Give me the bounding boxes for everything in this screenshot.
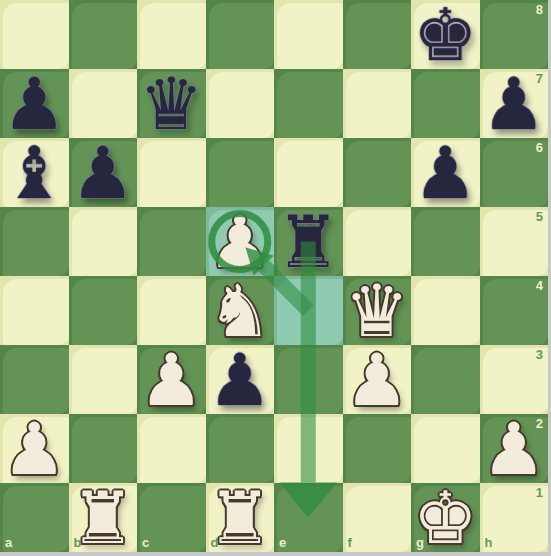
square-g6[interactable]: ♟ — [411, 138, 480, 207]
black-rook[interactable]: ♜ — [274, 207, 343, 276]
square-d6[interactable] — [206, 138, 275, 207]
square-c2[interactable] — [137, 414, 206, 483]
white-pawn[interactable]: ♟ — [206, 207, 275, 276]
square-b8[interactable] — [69, 0, 138, 69]
square-b5[interactable] — [69, 207, 138, 276]
square-c7[interactable]: ♛ — [137, 69, 206, 138]
file-label-a: a — [5, 535, 12, 550]
square-f1[interactable]: f — [343, 483, 412, 552]
file-label-c: c — [142, 535, 149, 550]
board-bottom-edge — [0, 552, 551, 556]
white-pawn[interactable]: ♟ — [137, 345, 206, 414]
square-a6[interactable]: ♝ — [0, 138, 69, 207]
file-label-e: e — [279, 535, 286, 550]
square-c5[interactable] — [137, 207, 206, 276]
square-h1[interactable]: h1 — [480, 483, 549, 552]
square-h8[interactable]: 8 — [480, 0, 549, 69]
square-g1[interactable]: ♚g — [411, 483, 480, 552]
square-c1[interactable]: c — [137, 483, 206, 552]
black-pawn[interactable]: ♟ — [69, 138, 138, 207]
square-h5[interactable]: 5 — [480, 207, 549, 276]
square-a5[interactable] — [0, 207, 69, 276]
square-a4[interactable] — [0, 276, 69, 345]
square-d4[interactable]: ♞ — [206, 276, 275, 345]
rank-label-8: 8 — [536, 2, 543, 17]
square-c6[interactable] — [137, 138, 206, 207]
black-king[interactable]: ♚ — [411, 0, 480, 69]
square-b7[interactable] — [69, 69, 138, 138]
square-f5[interactable] — [343, 207, 412, 276]
square-d3[interactable]: ♟ — [206, 345, 275, 414]
square-f3[interactable]: ♟ — [343, 345, 412, 414]
black-bishop[interactable]: ♝ — [0, 138, 69, 207]
square-g7[interactable] — [411, 69, 480, 138]
square-e3[interactable] — [274, 345, 343, 414]
square-b6[interactable]: ♟ — [69, 138, 138, 207]
black-pawn[interactable]: ♟ — [206, 345, 275, 414]
square-g3[interactable] — [411, 345, 480, 414]
square-h4[interactable]: 4 — [480, 276, 549, 345]
rank-label-7: 7 — [536, 71, 543, 86]
square-f4[interactable]: ♛ — [343, 276, 412, 345]
square-c3[interactable]: ♟ — [137, 345, 206, 414]
black-pawn[interactable]: ♟ — [411, 138, 480, 207]
square-b1[interactable]: ♜b — [69, 483, 138, 552]
white-pawn[interactable]: ♟ — [0, 414, 69, 483]
rank-label-4: 4 — [536, 278, 543, 293]
square-h3[interactable]: 3 — [480, 345, 549, 414]
black-pawn[interactable]: ♟ — [0, 69, 69, 138]
square-h2[interactable]: ♟2 — [480, 414, 549, 483]
file-label-f: f — [348, 535, 352, 550]
square-f6[interactable] — [343, 138, 412, 207]
rank-label-3: 3 — [536, 347, 543, 362]
square-a3[interactable] — [0, 345, 69, 414]
file-label-b: b — [74, 535, 82, 550]
white-pawn[interactable]: ♟ — [343, 345, 412, 414]
black-queen[interactable]: ♛ — [137, 69, 206, 138]
square-e8[interactable] — [274, 0, 343, 69]
white-queen[interactable]: ♛ — [343, 276, 412, 345]
square-d5[interactable]: ♟ — [206, 207, 275, 276]
file-label-g: g — [416, 535, 424, 550]
chess-board[interactable]: ♚8♟♛♟7♝♟♟6♟♜5♞♛4♟♟♟3♟♟2a♜bc♜def♚gh1 — [0, 0, 548, 552]
square-d7[interactable] — [206, 69, 275, 138]
square-g4[interactable] — [411, 276, 480, 345]
chess-app: ♚8♟♛♟7♝♟♟6♟♜5♞♛4♟♟♟3♟♟2a♜bc♜def♚gh1 — [0, 0, 551, 556]
square-d8[interactable] — [206, 0, 275, 69]
square-a8[interactable] — [0, 0, 69, 69]
rank-label-1: 1 — [536, 485, 543, 500]
square-f8[interactable] — [343, 0, 412, 69]
rank-label-5: 5 — [536, 209, 543, 224]
square-e6[interactable] — [274, 138, 343, 207]
square-e2[interactable] — [274, 414, 343, 483]
square-f2[interactable] — [343, 414, 412, 483]
square-e7[interactable] — [274, 69, 343, 138]
square-e4[interactable] — [274, 276, 343, 345]
square-d1[interactable]: ♜d — [206, 483, 275, 552]
square-h7[interactable]: ♟7 — [480, 69, 549, 138]
square-g5[interactable] — [411, 207, 480, 276]
square-c8[interactable] — [137, 0, 206, 69]
square-e5[interactable]: ♜ — [274, 207, 343, 276]
file-label-d: d — [211, 535, 219, 550]
square-c4[interactable] — [137, 276, 206, 345]
square-a1[interactable]: a — [0, 483, 69, 552]
square-f7[interactable] — [343, 69, 412, 138]
square-b4[interactable] — [69, 276, 138, 345]
square-a2[interactable]: ♟ — [0, 414, 69, 483]
square-a7[interactable]: ♟ — [0, 69, 69, 138]
square-h6[interactable]: 6 — [480, 138, 549, 207]
square-g8[interactable]: ♚ — [411, 0, 480, 69]
rank-label-2: 2 — [536, 416, 543, 431]
white-knight[interactable]: ♞ — [206, 276, 275, 345]
square-e1[interactable]: e — [274, 483, 343, 552]
file-label-h: h — [485, 535, 493, 550]
square-d2[interactable] — [206, 414, 275, 483]
square-b3[interactable] — [69, 345, 138, 414]
square-b2[interactable] — [69, 414, 138, 483]
square-g2[interactable] — [411, 414, 480, 483]
rank-label-6: 6 — [536, 140, 543, 155]
